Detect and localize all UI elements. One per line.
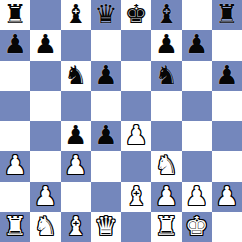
square-f7[interactable]: ♟ — [151, 30, 181, 60]
square-c5[interactable] — [61, 91, 91, 121]
square-d7[interactable] — [91, 30, 121, 60]
square-d5[interactable] — [91, 91, 121, 121]
black-pawn[interactable]: ♟ — [185, 31, 208, 57]
square-c3[interactable]: ♟ — [61, 151, 91, 181]
white-pawn[interactable]: ♟ — [34, 183, 57, 209]
square-g4[interactable] — [182, 121, 212, 151]
square-d8[interactable]: ♛ — [91, 0, 121, 30]
square-d2[interactable] — [91, 182, 121, 212]
square-b4[interactable] — [30, 121, 60, 151]
square-c7[interactable] — [61, 30, 91, 60]
square-d6[interactable]: ♟ — [91, 61, 121, 91]
white-rook[interactable]: ♜ — [155, 213, 178, 239]
square-c8[interactable]: ♝ — [61, 0, 91, 30]
square-f2[interactable]: ♟ — [151, 182, 181, 212]
square-e1[interactable] — [121, 212, 151, 242]
black-bishop[interactable]: ♝ — [155, 1, 178, 27]
square-c6[interactable]: ♞ — [61, 61, 91, 91]
square-b2[interactable]: ♟ — [30, 182, 60, 212]
square-a5[interactable] — [0, 91, 30, 121]
square-b1[interactable]: ♞ — [30, 212, 60, 242]
white-pawn[interactable]: ♟ — [155, 183, 178, 209]
square-e7[interactable] — [121, 30, 151, 60]
square-f3[interactable]: ♞ — [151, 151, 181, 181]
square-g8[interactable] — [182, 0, 212, 30]
white-pawn[interactable]: ♟ — [3, 152, 26, 178]
square-a1[interactable]: ♜ — [0, 212, 30, 242]
square-h5[interactable] — [212, 91, 242, 121]
black-queen[interactable]: ♛ — [94, 1, 117, 27]
square-h7[interactable] — [212, 30, 242, 60]
square-e2[interactable]: ♝ — [121, 182, 151, 212]
white-knight[interactable]: ♞ — [34, 213, 57, 239]
square-f6[interactable]: ♞ — [151, 61, 181, 91]
square-f4[interactable] — [151, 121, 181, 151]
square-d1[interactable]: ♛ — [91, 212, 121, 242]
square-a4[interactable] — [0, 121, 30, 151]
square-h6[interactable]: ♟ — [212, 61, 242, 91]
square-a3[interactable]: ♟ — [0, 151, 30, 181]
white-pawn[interactable]: ♟ — [64, 152, 87, 178]
square-e5[interactable] — [121, 91, 151, 121]
white-rook[interactable]: ♜ — [3, 213, 26, 239]
square-b6[interactable] — [30, 61, 60, 91]
black-knight[interactable]: ♞ — [64, 62, 87, 88]
square-e4[interactable]: ♟ — [121, 121, 151, 151]
square-f5[interactable] — [151, 91, 181, 121]
white-queen[interactable]: ♛ — [94, 213, 117, 239]
black-rook[interactable]: ♜ — [215, 1, 238, 27]
square-b3[interactable] — [30, 151, 60, 181]
white-pawn[interactable]: ♟ — [215, 183, 238, 209]
white-bishop[interactable]: ♝ — [64, 213, 87, 239]
square-h3[interactable] — [212, 151, 242, 181]
chess-board: ♜♝♛♚♝♜♟♟♟♟♞♟♞♟♟♟♟♟♟♞♟♝♟♟♟♜♞♝♛♜♚ — [0, 0, 242, 242]
black-rook[interactable]: ♜ — [3, 1, 26, 27]
white-knight[interactable]: ♞ — [155, 152, 178, 178]
square-e8[interactable]: ♚ — [121, 0, 151, 30]
square-g7[interactable]: ♟ — [182, 30, 212, 60]
square-g3[interactable] — [182, 151, 212, 181]
black-bishop[interactable]: ♝ — [64, 1, 87, 27]
square-d3[interactable] — [91, 151, 121, 181]
white-pawn[interactable]: ♟ — [124, 122, 147, 148]
square-b7[interactable]: ♟ — [30, 30, 60, 60]
square-g6[interactable] — [182, 61, 212, 91]
black-pawn[interactable]: ♟ — [215, 62, 238, 88]
square-g5[interactable] — [182, 91, 212, 121]
square-h2[interactable]: ♟ — [212, 182, 242, 212]
square-d4[interactable]: ♟ — [91, 121, 121, 151]
square-h1[interactable] — [212, 212, 242, 242]
square-a8[interactable]: ♜ — [0, 0, 30, 30]
black-pawn[interactable]: ♟ — [34, 31, 57, 57]
square-f8[interactable]: ♝ — [151, 0, 181, 30]
black-king[interactable]: ♚ — [124, 1, 147, 27]
square-c4[interactable]: ♟ — [61, 121, 91, 151]
square-c1[interactable]: ♝ — [61, 212, 91, 242]
square-a6[interactable] — [0, 61, 30, 91]
square-g2[interactable]: ♟ — [182, 182, 212, 212]
square-b5[interactable] — [30, 91, 60, 121]
black-knight[interactable]: ♞ — [155, 62, 178, 88]
black-pawn[interactable]: ♟ — [94, 62, 117, 88]
white-king[interactable]: ♚ — [185, 213, 208, 239]
square-a7[interactable]: ♟ — [0, 30, 30, 60]
square-h8[interactable]: ♜ — [212, 0, 242, 30]
white-bishop[interactable]: ♝ — [124, 183, 147, 209]
black-pawn[interactable]: ♟ — [94, 122, 117, 148]
square-c2[interactable] — [61, 182, 91, 212]
square-f1[interactable]: ♜ — [151, 212, 181, 242]
square-e6[interactable] — [121, 61, 151, 91]
black-pawn[interactable]: ♟ — [3, 31, 26, 57]
square-b8[interactable] — [30, 0, 60, 30]
square-a2[interactable] — [0, 182, 30, 212]
square-g1[interactable]: ♚ — [182, 212, 212, 242]
square-h4[interactable] — [212, 121, 242, 151]
black-pawn[interactable]: ♟ — [155, 31, 178, 57]
black-pawn[interactable]: ♟ — [64, 122, 87, 148]
square-e3[interactable] — [121, 151, 151, 181]
white-pawn[interactable]: ♟ — [185, 183, 208, 209]
